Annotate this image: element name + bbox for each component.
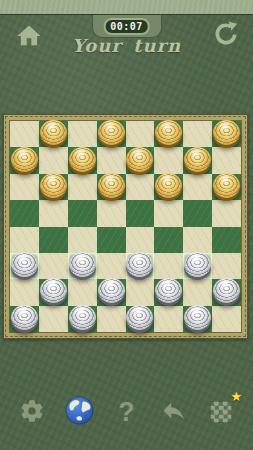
silver-piece[interactable] xyxy=(40,278,67,303)
gold-piece[interactable] xyxy=(184,147,211,172)
gold-piece[interactable] xyxy=(69,147,96,172)
board-cell-r2c4[interactable] xyxy=(126,174,155,200)
board-cell-r5c5[interactable] xyxy=(154,253,183,279)
board-cell-r5c3[interactable] xyxy=(97,253,126,279)
board-cell-r4c4[interactable] xyxy=(126,227,155,253)
board-cell-r0c5[interactable] xyxy=(154,121,183,147)
board-cell-r4c3[interactable] xyxy=(97,227,126,253)
board-cell-r5c1[interactable] xyxy=(39,253,68,279)
board-cell-r0c4[interactable] xyxy=(126,121,155,147)
board-cell-r4c6[interactable] xyxy=(183,227,212,253)
top-strip xyxy=(0,0,253,15)
board-cell-r5c7[interactable] xyxy=(212,253,241,279)
star-icon: ★ xyxy=(231,390,243,403)
board-cell-r1c7[interactable] xyxy=(212,147,241,173)
board-cell-r3c3[interactable] xyxy=(97,200,126,226)
language-button[interactable] xyxy=(64,397,94,427)
new-game-button[interactable]: ★ xyxy=(206,397,236,427)
board-cell-r0c7[interactable] xyxy=(212,121,241,147)
board-cell-r2c0[interactable] xyxy=(10,174,39,200)
board-cell-r6c5[interactable] xyxy=(154,279,183,305)
checkers-board xyxy=(3,114,248,339)
silver-piece[interactable] xyxy=(98,278,125,303)
board-cell-r2c1[interactable] xyxy=(39,174,68,200)
board-cell-r6c6[interactable] xyxy=(183,279,212,305)
help-button[interactable]: ? xyxy=(111,397,141,427)
silver-piece[interactable] xyxy=(126,305,153,330)
board-cell-r6c0[interactable] xyxy=(10,279,39,305)
board-cell-r7c5[interactable] xyxy=(154,306,183,332)
undo-button[interactable] xyxy=(159,397,189,427)
board-cell-r1c5[interactable] xyxy=(154,147,183,173)
silver-piece[interactable] xyxy=(126,252,153,277)
board-cell-r2c2[interactable] xyxy=(68,174,97,200)
board-cell-r3c6[interactable] xyxy=(183,200,212,226)
board-cell-r5c0[interactable] xyxy=(10,253,39,279)
board-grid xyxy=(9,120,242,333)
board-cell-r3c5[interactable] xyxy=(154,200,183,226)
gold-piece[interactable] xyxy=(98,120,125,145)
new-game-board-icon xyxy=(210,401,232,423)
board-cell-r0c6[interactable] xyxy=(183,121,212,147)
gold-piece[interactable] xyxy=(126,147,153,172)
silver-piece[interactable] xyxy=(155,278,182,303)
silver-piece[interactable] xyxy=(69,305,96,330)
gold-piece[interactable] xyxy=(11,147,38,172)
board-cell-r7c1[interactable] xyxy=(39,306,68,332)
board-cell-r3c2[interactable] xyxy=(68,200,97,226)
board-cell-r1c4[interactable] xyxy=(126,147,155,173)
board-cell-r3c4[interactable] xyxy=(126,200,155,226)
settings-button[interactable] xyxy=(17,397,47,427)
gold-piece[interactable] xyxy=(40,120,67,145)
board-cell-r7c4[interactable] xyxy=(126,306,155,332)
board-cell-r0c2[interactable] xyxy=(68,121,97,147)
board-cell-r1c3[interactable] xyxy=(97,147,126,173)
board-cell-r5c2[interactable] xyxy=(68,253,97,279)
board-cell-r3c1[interactable] xyxy=(39,200,68,226)
bottom-toolbar: ? ★ xyxy=(0,396,253,428)
settings-gear-icon xyxy=(19,398,45,427)
board-cell-r1c0[interactable] xyxy=(10,147,39,173)
board-cell-r4c5[interactable] xyxy=(154,227,183,253)
board-cell-r5c4[interactable] xyxy=(126,253,155,279)
globe-icon xyxy=(65,396,94,428)
silver-piece[interactable] xyxy=(213,278,240,303)
board-cell-r7c7[interactable] xyxy=(212,306,241,332)
silver-piece[interactable] xyxy=(69,252,96,277)
turn-status-label: Your turn xyxy=(0,35,253,56)
board-cell-r7c6[interactable] xyxy=(183,306,212,332)
board-cell-r1c2[interactable] xyxy=(68,147,97,173)
gold-piece[interactable] xyxy=(155,173,182,198)
board-cell-r0c0[interactable] xyxy=(10,121,39,147)
board-cell-r2c7[interactable] xyxy=(212,174,241,200)
gold-piece[interactable] xyxy=(40,173,67,198)
board-cell-r5c6[interactable] xyxy=(183,253,212,279)
help-icon: ? xyxy=(118,398,135,426)
board-cell-r6c3[interactable] xyxy=(97,279,126,305)
board-cell-r1c6[interactable] xyxy=(183,147,212,173)
board-cell-r4c1[interactable] xyxy=(39,227,68,253)
app-screen: 00:07 Your turn xyxy=(0,0,253,450)
gold-piece[interactable] xyxy=(155,120,182,145)
board-cell-r4c2[interactable] xyxy=(68,227,97,253)
board-cell-r7c2[interactable] xyxy=(68,306,97,332)
gold-piece[interactable] xyxy=(213,173,240,198)
gold-piece[interactable] xyxy=(98,173,125,198)
silver-piece[interactable] xyxy=(11,305,38,330)
board-cell-r2c6[interactable] xyxy=(183,174,212,200)
board-cell-r7c0[interactable] xyxy=(10,306,39,332)
board-cell-r1c1[interactable] xyxy=(39,147,68,173)
board-cell-r6c2[interactable] xyxy=(68,279,97,305)
game-timer: 00:07 xyxy=(103,18,150,35)
silver-piece[interactable] xyxy=(11,252,38,277)
board-cell-r7c3[interactable] xyxy=(97,306,126,332)
board-cell-r2c5[interactable] xyxy=(154,174,183,200)
gold-piece[interactable] xyxy=(213,120,240,145)
board-cell-r2c3[interactable] xyxy=(97,174,126,200)
board-cell-r4c7[interactable] xyxy=(212,227,241,253)
board-cell-r0c1[interactable] xyxy=(39,121,68,147)
board-cell-r6c4[interactable] xyxy=(126,279,155,305)
silver-piece[interactable] xyxy=(184,305,211,330)
silver-piece[interactable] xyxy=(184,252,211,277)
board-cell-r3c7[interactable] xyxy=(212,200,241,226)
board-cell-r6c7[interactable] xyxy=(212,279,241,305)
board-cell-r4c0[interactable] xyxy=(10,227,39,253)
board-cell-r6c1[interactable] xyxy=(39,279,68,305)
undo-icon xyxy=(160,397,187,427)
board-cell-r3c0[interactable] xyxy=(10,200,39,226)
board-cell-r0c3[interactable] xyxy=(97,121,126,147)
